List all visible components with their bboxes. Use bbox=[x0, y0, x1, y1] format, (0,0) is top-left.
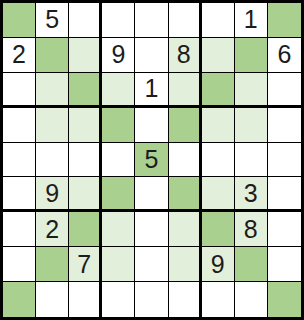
cell-r8c9[interactable] bbox=[268, 247, 301, 282]
cell-r9c7[interactable] bbox=[202, 282, 235, 317]
cell-r9c9[interactable] bbox=[268, 282, 301, 317]
cell-r1c7[interactable] bbox=[202, 3, 235, 38]
cell-r1c2[interactable]: 5 bbox=[36, 3, 69, 38]
cell-r3c1[interactable] bbox=[3, 73, 36, 108]
cell-r3c5[interactable]: 1 bbox=[135, 73, 168, 108]
cell-r9c5[interactable] bbox=[135, 282, 168, 317]
cell-r2c9[interactable]: 6 bbox=[268, 38, 301, 73]
cell-r5c5[interactable]: 5 bbox=[135, 143, 168, 178]
cell-r8c2[interactable] bbox=[36, 247, 69, 282]
cell-r1c6[interactable] bbox=[169, 3, 202, 38]
cell-r5c4[interactable] bbox=[102, 143, 135, 178]
cell-r7c1[interactable] bbox=[3, 212, 36, 247]
cell-r5c8[interactable] bbox=[235, 143, 268, 178]
sudoku-board: 51298615932879 bbox=[0, 0, 304, 320]
cell-r1c1[interactable] bbox=[3, 3, 36, 38]
cell-r7c4[interactable] bbox=[102, 212, 135, 247]
cell-r8c1[interactable] bbox=[3, 247, 36, 282]
cell-r3c7[interactable] bbox=[202, 73, 235, 108]
cell-r6c5[interactable] bbox=[135, 177, 168, 212]
cell-r2c1[interactable]: 2 bbox=[3, 38, 36, 73]
cell-r6c9[interactable] bbox=[268, 177, 301, 212]
cell-r2c8[interactable] bbox=[235, 38, 268, 73]
cell-r8c4[interactable] bbox=[102, 247, 135, 282]
cell-r2c2[interactable] bbox=[36, 38, 69, 73]
cell-r5c9[interactable] bbox=[268, 143, 301, 178]
cell-r8c7[interactable]: 9 bbox=[202, 247, 235, 282]
cell-r5c3[interactable] bbox=[69, 143, 102, 178]
cell-r6c8[interactable]: 3 bbox=[235, 177, 268, 212]
cell-r3c4[interactable] bbox=[102, 73, 135, 108]
cell-r3c6[interactable] bbox=[169, 73, 202, 108]
cell-r9c6[interactable] bbox=[169, 282, 202, 317]
cell-r1c4[interactable] bbox=[102, 3, 135, 38]
cell-r5c6[interactable] bbox=[169, 143, 202, 178]
cell-r6c6[interactable] bbox=[169, 177, 202, 212]
cell-r9c8[interactable] bbox=[235, 282, 268, 317]
cell-r7c7[interactable] bbox=[202, 212, 235, 247]
cell-r2c6[interactable]: 8 bbox=[169, 38, 202, 73]
cell-r3c9[interactable] bbox=[268, 73, 301, 108]
cell-r5c7[interactable] bbox=[202, 143, 235, 178]
cell-r4c1[interactable] bbox=[3, 108, 36, 143]
cell-r9c1[interactable] bbox=[3, 282, 36, 317]
cell-r2c3[interactable] bbox=[69, 38, 102, 73]
cell-r4c3[interactable] bbox=[69, 108, 102, 143]
cell-r6c2[interactable]: 9 bbox=[36, 177, 69, 212]
cell-r9c2[interactable] bbox=[36, 282, 69, 317]
cell-r2c5[interactable] bbox=[135, 38, 168, 73]
cell-r7c3[interactable] bbox=[69, 212, 102, 247]
cell-r1c3[interactable] bbox=[69, 3, 102, 38]
cell-r4c7[interactable] bbox=[202, 108, 235, 143]
cell-r4c6[interactable] bbox=[169, 108, 202, 143]
cell-r6c3[interactable] bbox=[69, 177, 102, 212]
cell-r2c7[interactable] bbox=[202, 38, 235, 73]
cell-r1c9[interactable] bbox=[268, 3, 301, 38]
cell-r8c6[interactable] bbox=[169, 247, 202, 282]
cell-r9c3[interactable] bbox=[69, 282, 102, 317]
cell-r1c5[interactable] bbox=[135, 3, 168, 38]
cell-r4c5[interactable] bbox=[135, 108, 168, 143]
cell-r7c5[interactable] bbox=[135, 212, 168, 247]
cell-r3c2[interactable] bbox=[36, 73, 69, 108]
cell-r6c1[interactable] bbox=[3, 177, 36, 212]
cell-r4c2[interactable] bbox=[36, 108, 69, 143]
cell-r9c4[interactable] bbox=[102, 282, 135, 317]
cell-r5c2[interactable] bbox=[36, 143, 69, 178]
cell-r4c4[interactable] bbox=[102, 108, 135, 143]
cell-r7c6[interactable] bbox=[169, 212, 202, 247]
cell-r1c8[interactable]: 1 bbox=[235, 3, 268, 38]
cell-r6c4[interactable] bbox=[102, 177, 135, 212]
cell-r7c9[interactable] bbox=[268, 212, 301, 247]
cell-r8c5[interactable] bbox=[135, 247, 168, 282]
cell-r8c3[interactable]: 7 bbox=[69, 247, 102, 282]
cell-r3c8[interactable] bbox=[235, 73, 268, 108]
cell-r7c2[interactable]: 2 bbox=[36, 212, 69, 247]
cell-r6c7[interactable] bbox=[202, 177, 235, 212]
cell-r2c4[interactable]: 9 bbox=[102, 38, 135, 73]
cell-r3c3[interactable] bbox=[69, 73, 102, 108]
cell-r5c1[interactable] bbox=[3, 143, 36, 178]
cell-r4c8[interactable] bbox=[235, 108, 268, 143]
cell-r8c8[interactable] bbox=[235, 247, 268, 282]
cell-r4c9[interactable] bbox=[268, 108, 301, 143]
cell-r7c8[interactable]: 8 bbox=[235, 212, 268, 247]
